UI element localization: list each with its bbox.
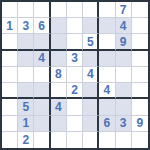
given-digit-cell-r4c5[interactable]: 3 <box>67 51 83 67</box>
empty-cell-r2c9[interactable] <box>132 18 148 34</box>
given-digit-cell-r7c4[interactable]: 4 <box>51 99 67 115</box>
given-digit-cell-r5c4[interactable]: 8 <box>51 67 67 83</box>
given-digit-cell-r8c8[interactable]: 3 <box>116 116 132 132</box>
empty-cell-r1c2[interactable] <box>18 2 34 18</box>
empty-cell-r4c8[interactable] <box>116 51 132 67</box>
empty-cell-r8c3[interactable] <box>34 116 50 132</box>
empty-cell-r3c7[interactable] <box>99 34 115 50</box>
empty-cell-r7c3[interactable] <box>34 99 50 115</box>
empty-cell-r6c1[interactable] <box>2 83 18 99</box>
given-digit-cell-r8c2[interactable]: 1 <box>18 116 34 132</box>
empty-cell-r5c2[interactable] <box>18 67 34 83</box>
empty-cell-r1c9[interactable] <box>132 2 148 18</box>
given-digit-cell-r6c5[interactable]: 2 <box>67 83 83 99</box>
sudoku-board: 71364594384245416392 <box>0 0 150 150</box>
empty-cell-r8c5[interactable] <box>67 116 83 132</box>
empty-cell-r7c5[interactable] <box>67 99 83 115</box>
empty-cell-r9c1[interactable] <box>2 132 18 148</box>
empty-cell-r5c5[interactable] <box>67 67 83 83</box>
empty-cell-r1c3[interactable] <box>34 2 50 18</box>
empty-cell-r7c9[interactable] <box>132 99 148 115</box>
given-digit-cell-r2c2[interactable]: 3 <box>18 18 34 34</box>
empty-cell-r4c2[interactable] <box>18 51 34 67</box>
empty-cell-r1c1[interactable] <box>2 2 18 18</box>
empty-cell-r2c4[interactable] <box>51 18 67 34</box>
empty-cell-r1c6[interactable] <box>83 2 99 18</box>
empty-cell-r9c9[interactable] <box>132 132 148 148</box>
empty-cell-r5c9[interactable] <box>132 67 148 83</box>
given-digit-cell-r8c7[interactable]: 6 <box>99 116 115 132</box>
empty-cell-r4c9[interactable] <box>132 51 148 67</box>
given-digit-cell-r8c9[interactable]: 9 <box>132 116 148 132</box>
empty-cell-r3c4[interactable] <box>51 34 67 50</box>
empty-cell-r4c6[interactable] <box>83 51 99 67</box>
empty-cell-r4c7[interactable] <box>99 51 115 67</box>
given-digit-cell-r7c2[interactable]: 5 <box>18 99 34 115</box>
empty-cell-r9c6[interactable] <box>83 132 99 148</box>
empty-cell-r8c4[interactable] <box>51 116 67 132</box>
empty-cell-r9c7[interactable] <box>99 132 115 148</box>
empty-cell-r2c5[interactable] <box>67 18 83 34</box>
empty-cell-r3c5[interactable] <box>67 34 83 50</box>
empty-cell-r6c3[interactable] <box>34 83 50 99</box>
empty-cell-r7c8[interactable] <box>116 99 132 115</box>
empty-cell-r3c1[interactable] <box>2 34 18 50</box>
empty-cell-r5c1[interactable] <box>2 67 18 83</box>
empty-cell-r5c7[interactable] <box>99 67 115 83</box>
empty-cell-r6c8[interactable] <box>116 83 132 99</box>
empty-cell-r7c1[interactable] <box>2 99 18 115</box>
empty-cell-r1c7[interactable] <box>99 2 115 18</box>
given-digit-cell-r9c2[interactable]: 2 <box>18 132 34 148</box>
empty-cell-r3c3[interactable] <box>34 34 50 50</box>
empty-cell-r2c6[interactable] <box>83 18 99 34</box>
given-digit-cell-r1c8[interactable]: 7 <box>116 2 132 18</box>
given-digit-cell-r2c8[interactable]: 4 <box>116 18 132 34</box>
empty-cell-r6c9[interactable] <box>132 83 148 99</box>
given-digit-cell-r5c6[interactable]: 4 <box>83 67 99 83</box>
given-digit-cell-r6c7[interactable]: 4 <box>99 83 115 99</box>
empty-cell-r4c4[interactable] <box>51 51 67 67</box>
given-digit-cell-r4c3[interactable]: 4 <box>34 51 50 67</box>
empty-cell-r7c6[interactable] <box>83 99 99 115</box>
empty-cell-r2c7[interactable] <box>99 18 115 34</box>
given-digit-cell-r2c3[interactable]: 6 <box>34 18 50 34</box>
empty-cell-r4c1[interactable] <box>2 51 18 67</box>
empty-cell-r8c6[interactable] <box>83 116 99 132</box>
empty-cell-r6c6[interactable] <box>83 83 99 99</box>
empty-cell-r1c5[interactable] <box>67 2 83 18</box>
empty-cell-r9c5[interactable] <box>67 132 83 148</box>
empty-cell-r3c2[interactable] <box>18 34 34 50</box>
empty-cell-r1c4[interactable] <box>51 2 67 18</box>
empty-cell-r3c9[interactable] <box>132 34 148 50</box>
empty-cell-r6c2[interactable] <box>18 83 34 99</box>
empty-cell-r8c1[interactable] <box>2 116 18 132</box>
given-digit-cell-r2c1[interactable]: 1 <box>2 18 18 34</box>
empty-cell-r9c8[interactable] <box>116 132 132 148</box>
empty-cell-r6c4[interactable] <box>51 83 67 99</box>
empty-cell-r9c3[interactable] <box>34 132 50 148</box>
empty-cell-r5c3[interactable] <box>34 67 50 83</box>
empty-cell-r9c4[interactable] <box>51 132 67 148</box>
given-digit-cell-r3c6[interactable]: 5 <box>83 34 99 50</box>
empty-cell-r7c7[interactable] <box>99 99 115 115</box>
given-digit-cell-r3c8[interactable]: 9 <box>116 34 132 50</box>
empty-cell-r5c8[interactable] <box>116 67 132 83</box>
